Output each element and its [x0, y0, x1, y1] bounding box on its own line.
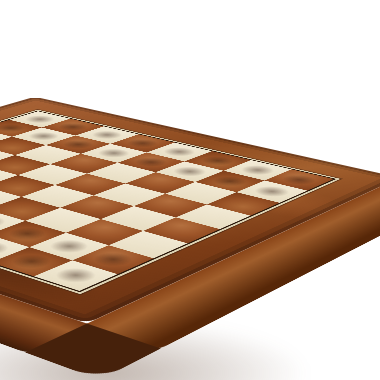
pawn-icon: ♟ [238, 93, 307, 196]
chess-set-photo: ♜♞♝♛♚♝♞♜♟♟♟♟♟♟♟♟♟♟♟♟♟♟♟♟♜♞♝♛♚♝♞♜ [0, 0, 380, 380]
scene: ♜♞♝♛♚♝♞♜♟♟♟♟♟♟♟♟♟♟♟♟♟♟♟♟♜♞♝♛♚♝♞♜ [0, 0, 380, 380]
chessboard-case: ♜♞♝♛♚♝♞♜♟♟♟♟♟♟♟♟♟♟♟♟♟♟♟♟♜♞♝♛♚♝♞♜ [0, 97, 380, 324]
rook-icon: ♜ [24, 125, 128, 281]
